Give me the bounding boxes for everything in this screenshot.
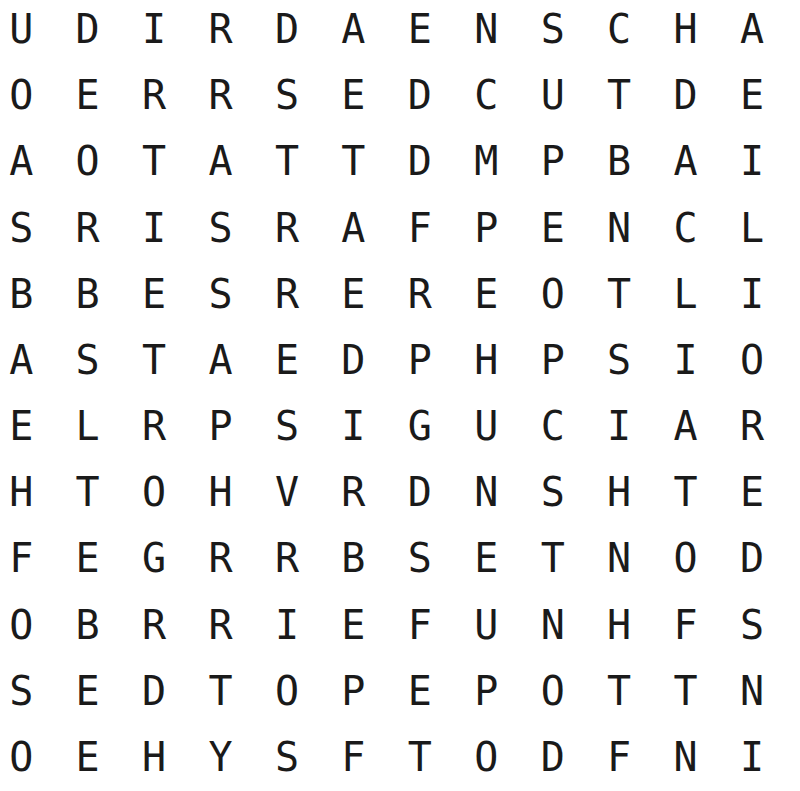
grid-cell[interactable]: U [453, 393, 519, 459]
grid-cell[interactable]: A [187, 128, 253, 194]
grid-cell[interactable]: F [320, 724, 386, 790]
grid-cell[interactable]: I [121, 195, 187, 261]
grid-cell[interactable]: B [0, 261, 54, 327]
grid-cell[interactable]: R [121, 592, 187, 658]
grid-cell[interactable]: L [54, 393, 120, 459]
grid-cell[interactable]: I [719, 724, 785, 790]
grid-cell[interactable]: C [652, 195, 718, 261]
grid-cell[interactable]: C [586, 0, 652, 62]
grid-cell[interactable]: R [187, 62, 253, 128]
grid-cell[interactable]: A [652, 128, 718, 194]
grid-cell[interactable]: G [121, 525, 187, 591]
grid-cell[interactable]: O [0, 62, 54, 128]
grid-cell[interactable]: E [520, 195, 586, 261]
grid-cell[interactable]: E [387, 0, 453, 62]
grid-cell[interactable]: H [0, 459, 54, 525]
grid-cell[interactable]: E [54, 658, 120, 724]
word-search-grid: UDIRDAENSCHAOERRSEDCUTDEAOTATTDMPBAISRIS… [0, 0, 785, 790]
grid-cell[interactable]: E [453, 261, 519, 327]
grid-cell[interactable]: T [652, 658, 718, 724]
grid-cell[interactable]: H [652, 0, 718, 62]
grid-cell[interactable]: F [387, 195, 453, 261]
grid-cell[interactable]: D [387, 128, 453, 194]
grid-cell[interactable]: T [121, 327, 187, 393]
grid-cell[interactable]: R [121, 393, 187, 459]
grid-cell[interactable]: C [453, 62, 519, 128]
grid-cell[interactable]: R [719, 393, 785, 459]
grid-cell[interactable]: P [320, 658, 386, 724]
grid-cell[interactable]: E [719, 62, 785, 128]
grid-cell[interactable]: A [652, 393, 718, 459]
grid-cell[interactable]: B [320, 525, 386, 591]
grid-cell[interactable]: G [387, 393, 453, 459]
grid-cell[interactable]: N [586, 525, 652, 591]
grid-cell[interactable]: H [586, 592, 652, 658]
grid-cell[interactable]: E [121, 261, 187, 327]
grid-cell[interactable]: I [254, 592, 320, 658]
grid-cell[interactable]: T [254, 128, 320, 194]
grid-cell[interactable]: R [254, 261, 320, 327]
grid-cell[interactable]: S [254, 724, 320, 790]
grid-cell[interactable]: E [54, 525, 120, 591]
grid-cell[interactable]: A [320, 0, 386, 62]
grid-cell[interactable]: T [652, 459, 718, 525]
grid-cell[interactable]: T [187, 658, 253, 724]
grid-cell[interactable]: S [719, 592, 785, 658]
grid-cell[interactable]: O [719, 327, 785, 393]
grid-cell[interactable]: O [520, 261, 586, 327]
grid-cell[interactable]: S [254, 62, 320, 128]
grid-cell[interactable]: R [254, 525, 320, 591]
grid-cell[interactable]: O [453, 724, 519, 790]
grid-cell[interactable]: S [0, 195, 54, 261]
grid-cell[interactable]: P [387, 327, 453, 393]
grid-cell[interactable]: S [187, 195, 253, 261]
grid-cell[interactable]: U [453, 592, 519, 658]
grid-cell[interactable]: O [520, 658, 586, 724]
grid-cell[interactable]: F [652, 592, 718, 658]
grid-cell[interactable]: T [121, 128, 187, 194]
grid-cell[interactable]: D [121, 658, 187, 724]
grid-cell[interactable]: E [320, 62, 386, 128]
grid-cell[interactable]: E [387, 658, 453, 724]
grid-cell[interactable]: E [54, 724, 120, 790]
grid-cell[interactable]: H [453, 327, 519, 393]
grid-cell[interactable]: N [520, 592, 586, 658]
grid-cell[interactable]: Y [187, 724, 253, 790]
grid-cell[interactable]: S [520, 459, 586, 525]
grid-cell[interactable]: F [387, 592, 453, 658]
grid-cell[interactable]: P [453, 658, 519, 724]
grid-cell[interactable]: O [652, 525, 718, 591]
grid-cell[interactable]: S [0, 658, 54, 724]
grid-cell[interactable]: R [320, 459, 386, 525]
grid-cell[interactable]: S [54, 327, 120, 393]
grid-cell[interactable]: V [254, 459, 320, 525]
grid-cell[interactable]: O [0, 592, 54, 658]
grid-cell[interactable]: T [387, 724, 453, 790]
grid-cell[interactable]: E [254, 327, 320, 393]
grid-cell[interactable]: D [320, 327, 386, 393]
grid-cell[interactable]: P [520, 128, 586, 194]
grid-cell[interactable]: O [54, 128, 120, 194]
grid-cell[interactable]: N [586, 195, 652, 261]
grid-cell[interactable]: E [320, 261, 386, 327]
grid-cell[interactable]: D [387, 62, 453, 128]
grid-cell[interactable]: E [719, 459, 785, 525]
grid-cell[interactable]: R [187, 0, 253, 62]
grid-cell[interactable]: D [254, 0, 320, 62]
grid-cell[interactable]: H [121, 724, 187, 790]
grid-cell[interactable]: R [387, 261, 453, 327]
grid-cell[interactable]: S [187, 261, 253, 327]
grid-cell[interactable]: F [586, 724, 652, 790]
grid-cell[interactable]: D [652, 62, 718, 128]
grid-cell[interactable]: P [187, 393, 253, 459]
grid-cell[interactable]: T [586, 62, 652, 128]
grid-cell[interactable]: E [320, 592, 386, 658]
grid-cell[interactable]: R [54, 195, 120, 261]
grid-cell[interactable]: O [0, 724, 54, 790]
word-search-page: UDIRDAENSCHAOERRSEDCUTDEAOTATTDMPBAISRIS… [0, 0, 800, 791]
grid-cell[interactable]: A [187, 327, 253, 393]
grid-cell[interactable]: S [586, 327, 652, 393]
grid-cell[interactable]: H [187, 459, 253, 525]
grid-cell[interactable]: D [54, 0, 120, 62]
grid-cell[interactable]: M [453, 128, 519, 194]
grid-cell[interactable]: A [719, 0, 785, 62]
grid-cell[interactable]: I [320, 393, 386, 459]
grid-cell[interactable]: T [586, 658, 652, 724]
grid-cell[interactable]: U [0, 0, 54, 62]
grid-cell[interactable]: A [0, 128, 54, 194]
grid-cell[interactable]: I [586, 393, 652, 459]
grid-cell[interactable]: T [520, 525, 586, 591]
grid-cell[interactable]: S [387, 525, 453, 591]
grid-cell[interactable]: S [520, 0, 586, 62]
grid-cell[interactable]: C [520, 393, 586, 459]
grid-cell[interactable]: B [586, 128, 652, 194]
grid-cell[interactable]: D [387, 459, 453, 525]
grid-cell[interactable]: I [652, 327, 718, 393]
grid-cell[interactable]: L [652, 261, 718, 327]
grid-cell[interactable]: D [520, 724, 586, 790]
grid-cell[interactable]: D [719, 525, 785, 591]
grid-cell[interactable]: A [0, 327, 54, 393]
grid-cell[interactable]: R [187, 525, 253, 591]
grid-cell[interactable]: N [652, 724, 718, 790]
grid-cell[interactable]: B [54, 261, 120, 327]
grid-cell[interactable]: R [254, 195, 320, 261]
grid-cell[interactable]: P [453, 195, 519, 261]
grid-cell[interactable]: B [54, 592, 120, 658]
grid-cell[interactable]: O [121, 459, 187, 525]
grid-cell[interactable]: L [719, 195, 785, 261]
grid-cell[interactable]: T [54, 459, 120, 525]
grid-cell[interactable]: E [453, 525, 519, 591]
grid-cell[interactable]: E [54, 62, 120, 128]
grid-cell[interactable]: P [520, 327, 586, 393]
grid-cell[interactable]: I [121, 0, 187, 62]
grid-cell[interactable]: T [320, 128, 386, 194]
grid-cell[interactable]: E [0, 393, 54, 459]
grid-cell[interactable]: F [0, 525, 54, 591]
grid-cell[interactable]: H [586, 459, 652, 525]
grid-cell[interactable]: R [121, 62, 187, 128]
grid-cell[interactable]: T [586, 261, 652, 327]
grid-cell[interactable]: U [520, 62, 586, 128]
grid-cell[interactable]: N [453, 459, 519, 525]
grid-cell[interactable]: O [254, 658, 320, 724]
grid-cell[interactable]: N [719, 658, 785, 724]
grid-cell[interactable]: I [719, 128, 785, 194]
grid-cell[interactable]: I [719, 261, 785, 327]
grid-cell[interactable]: N [453, 0, 519, 62]
grid-cell[interactable]: S [254, 393, 320, 459]
grid-cell[interactable]: R [187, 592, 253, 658]
grid-cell[interactable]: A [320, 195, 386, 261]
